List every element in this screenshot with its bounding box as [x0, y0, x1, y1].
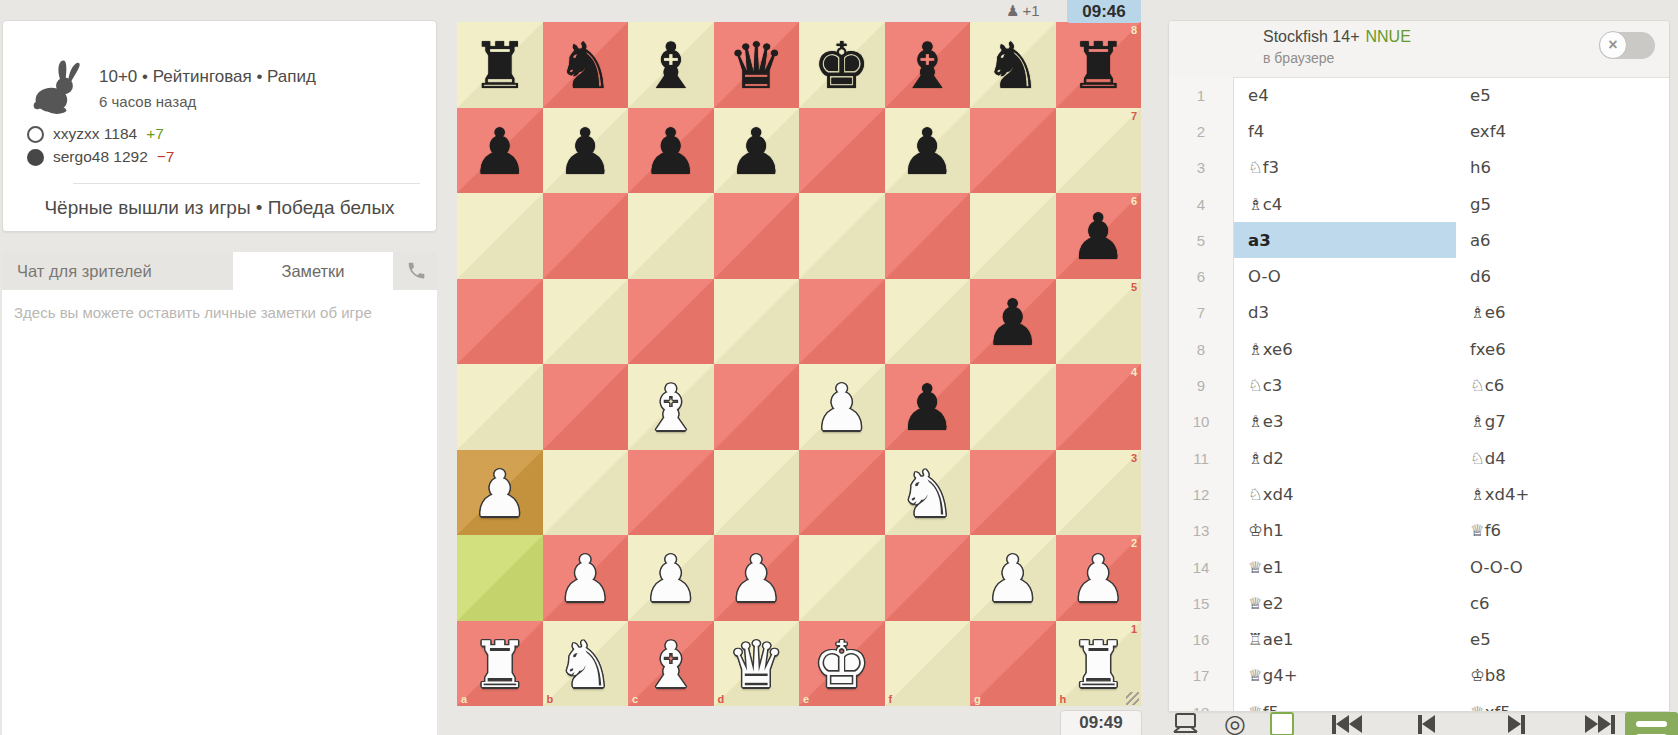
- move-number-11: 11: [1169, 440, 1234, 476]
- square-c4[interactable]: ♝: [628, 364, 714, 450]
- move-7-black[interactable]: ♗e6: [1456, 295, 1669, 331]
- square-h8[interactable]: ♜8: [1056, 22, 1142, 108]
- game-info-card: 10+0 • Рейтинговая • Рапид 6 часов назад…: [2, 20, 437, 232]
- move-number-13: 13: [1169, 513, 1234, 549]
- square-g1[interactable]: g: [970, 621, 1056, 707]
- square-b2[interactable]: ♟: [543, 535, 629, 621]
- move-number-8: 8: [1169, 331, 1234, 367]
- rank-label-8: 8: [1131, 24, 1137, 36]
- engine-toggle-switch[interactable]: ×: [1599, 32, 1655, 59]
- square-d4[interactable]: [714, 364, 800, 450]
- square-e1[interactable]: ♚e: [799, 621, 885, 707]
- move-number-7: 7: [1169, 295, 1234, 331]
- square-g7[interactable]: [970, 108, 1056, 194]
- square-g3[interactable]: [970, 450, 1056, 536]
- file-label-d: d: [718, 693, 725, 705]
- white-Q-d1[interactable]: ♛: [714, 621, 800, 707]
- square-f2[interactable]: [885, 535, 971, 621]
- square-b4[interactable]: [543, 364, 629, 450]
- square-g5[interactable]: ♟: [970, 279, 1056, 365]
- white-P-b2[interactable]: ♟: [543, 535, 629, 621]
- square-h5[interactable]: 5: [1056, 279, 1142, 365]
- white-clock: 09:49: [1060, 710, 1142, 735]
- board-resize-handle[interactable]: [1126, 692, 1139, 705]
- black-R-h8[interactable]: ♜: [1056, 22, 1142, 108]
- engine-variant: NNUE: [1366, 28, 1411, 45]
- move-13-white[interactable]: ♔h1: [1234, 513, 1456, 549]
- move-17-black[interactable]: ♔b8: [1456, 658, 1669, 694]
- black-B-f8[interactable]: ♝: [885, 22, 971, 108]
- move-9-white[interactable]: ♘c3: [1234, 367, 1456, 403]
- move-12-white[interactable]: ♘xd4: [1234, 476, 1456, 512]
- square-f3[interactable]: ♞: [885, 450, 971, 536]
- square-h7[interactable]: 7: [1056, 108, 1142, 194]
- move-2-black[interactable]: exf4: [1456, 113, 1669, 149]
- square-f7[interactable]: ♟: [885, 108, 971, 194]
- file-label-f: f: [889, 693, 893, 705]
- engine-header: Stockfish 14+NNUE в браузере ×: [1169, 21, 1669, 78]
- square-f6[interactable]: [885, 193, 971, 279]
- square-c1[interactable]: ♝c: [628, 621, 714, 707]
- white-P-g2[interactable]: ♟: [970, 535, 1056, 621]
- chess-board[interactable]: ♜♞♝♛♚♝♞♜8♟♟♟♟♟7♟6♟5♝♟♟4♟♞3♟♟♟♟♟2♜a♞b♝c♛d…: [457, 22, 1141, 706]
- rapid-rabbit-icon: [29, 55, 85, 115]
- square-d3[interactable]: [714, 450, 800, 536]
- divider: [73, 183, 420, 184]
- game-result: Чёрные вышли из игры • Победа белых: [3, 197, 436, 219]
- black-N-b8[interactable]: ♞: [543, 22, 629, 108]
- pawn-icon: ♟: [1006, 2, 1019, 20]
- phone-icon[interactable]: [406, 260, 427, 281]
- white-P-e4[interactable]: ♟: [799, 364, 885, 450]
- black-rating-diff: −7: [157, 148, 175, 166]
- square-f5[interactable]: [885, 279, 971, 365]
- move-number-14: 14: [1169, 549, 1234, 585]
- white-P-c2[interactable]: ♟: [628, 535, 714, 621]
- square-d2[interactable]: ♟: [714, 535, 800, 621]
- move-list: 1e4e52f4exf43♘f3h64♗c4g55a3a66O-Od67d3♗e…: [1169, 77, 1669, 711]
- notes-panel[interactable]: Здесь вы можете оставить личные заметки …: [2, 290, 437, 735]
- move-1-white[interactable]: e4: [1234, 77, 1456, 113]
- square-b6[interactable]: [543, 193, 629, 279]
- square-f8[interactable]: ♝: [885, 22, 971, 108]
- move-7-white[interactable]: d3: [1234, 295, 1456, 331]
- engine-toggle-knob[interactable]: ×: [1599, 31, 1627, 59]
- black-Q-d8[interactable]: ♛: [714, 22, 800, 108]
- white-B-c4[interactable]: ♝: [628, 364, 714, 450]
- square-b8[interactable]: ♞: [543, 22, 629, 108]
- move-2-white[interactable]: f4: [1234, 113, 1456, 149]
- square-d6[interactable]: [714, 193, 800, 279]
- black-P-h6[interactable]: ♟: [1056, 193, 1142, 279]
- move-15-black[interactable]: c6: [1456, 585, 1669, 621]
- game-title: 10+0 • Рейтинговая • Рапид: [99, 67, 316, 87]
- move-number-3: 3: [1169, 150, 1234, 186]
- engine-name: Stockfish 14+NNUE: [1263, 28, 1411, 46]
- white-color-icon: [27, 126, 44, 143]
- square-b3[interactable]: [543, 450, 629, 536]
- square-a3[interactable]: ♟: [457, 450, 543, 536]
- nav-prev-button[interactable]: [1418, 713, 1435, 735]
- move-number-5: 5: [1169, 222, 1234, 258]
- black-P-d7[interactable]: ♟: [714, 108, 800, 194]
- move-13-black[interactable]: ♕f6: [1456, 513, 1669, 549]
- move-5-white[interactable]: a3: [1234, 222, 1456, 258]
- move-14-white[interactable]: ♕e1: [1234, 549, 1456, 585]
- square-c8[interactable]: ♝: [628, 22, 714, 108]
- analysis-panel: Stockfish 14+NNUE в браузере × 1e4e52f4e…: [1168, 20, 1670, 712]
- move-18-black[interactable]: ♕xf5: [1456, 694, 1669, 711]
- rank-label-3: 3: [1131, 452, 1137, 464]
- square-d7[interactable]: ♟: [714, 108, 800, 194]
- black-R-a8[interactable]: ♜: [457, 22, 543, 108]
- square-h4[interactable]: 4: [1056, 364, 1142, 450]
- square-d1[interactable]: ♛d: [714, 621, 800, 707]
- white-N-f3[interactable]: ♞: [885, 450, 971, 536]
- file-label-h: h: [1060, 693, 1067, 705]
- white-R-a1[interactable]: ♜: [457, 621, 543, 707]
- square-h6[interactable]: ♟6: [1056, 193, 1142, 279]
- file-label-g: g: [974, 693, 981, 705]
- black-P-f4[interactable]: ♟: [885, 364, 971, 450]
- move-15-white[interactable]: ♕e2: [1234, 585, 1456, 621]
- square-a4[interactable]: [457, 364, 543, 450]
- square-a1[interactable]: ♜a: [457, 621, 543, 707]
- move-number-2: 2: [1169, 113, 1234, 149]
- tab-spectator-chat[interactable]: Чат для зрителей: [17, 252, 152, 290]
- black-P-g5[interactable]: ♟: [970, 279, 1056, 365]
- black-K-e8[interactable]: ♚: [799, 22, 885, 108]
- square-h2[interactable]: ♟2: [1056, 535, 1142, 621]
- move-number-12: 12: [1169, 476, 1234, 512]
- move-6-black[interactable]: d6: [1456, 258, 1669, 294]
- move-18-white[interactable]: ♕f5: [1234, 694, 1456, 711]
- white-P-h2[interactable]: ♟: [1056, 535, 1142, 621]
- black-P-b7[interactable]: ♟: [543, 108, 629, 194]
- material-advantage: ♟+1: [1006, 0, 1040, 22]
- square-b7[interactable]: ♟: [543, 108, 629, 194]
- file-label-e: e: [803, 693, 809, 705]
- square-b1[interactable]: ♞b: [543, 621, 629, 707]
- square-e6[interactable]: [799, 193, 885, 279]
- game-date[interactable]: 6 часов назад: [99, 93, 196, 110]
- square-g8[interactable]: ♞: [970, 22, 1056, 108]
- board-editor-icon[interactable]: [1270, 712, 1294, 735]
- square-e5[interactable]: [799, 279, 885, 365]
- square-a6[interactable]: [457, 193, 543, 279]
- move-number-4: 4: [1169, 186, 1234, 222]
- square-e8[interactable]: ♚: [799, 22, 885, 108]
- white-rating-diff: +7: [146, 125, 164, 143]
- move-9-black[interactable]: ♘c6: [1456, 367, 1669, 403]
- move-16-white[interactable]: ♖ae1: [1234, 621, 1456, 657]
- move-number-16: 16: [1169, 621, 1234, 657]
- square-f4[interactable]: ♟: [885, 364, 971, 450]
- target-icon[interactable]: ◎: [1224, 712, 1246, 735]
- black-P-f7[interactable]: ♟: [885, 108, 971, 194]
- square-a2[interactable]: [457, 535, 543, 621]
- move-3-black[interactable]: h6: [1456, 150, 1669, 186]
- black-clock: 09:46: [1067, 0, 1141, 23]
- black-player-row[interactable]: sergo48 1292 −7: [27, 148, 175, 166]
- notes-placeholder: Здесь вы можете оставить личные заметки …: [14, 304, 372, 321]
- square-c7[interactable]: ♟: [628, 108, 714, 194]
- square-a7[interactable]: ♟: [457, 108, 543, 194]
- square-d8[interactable]: ♛: [714, 22, 800, 108]
- move-number-15: 15: [1169, 585, 1234, 621]
- move-8-white[interactable]: ♗xe6: [1234, 331, 1456, 367]
- rank-label-5: 5: [1131, 281, 1137, 293]
- hamburger-icon: [1636, 721, 1667, 727]
- white-P-d2[interactable]: ♟: [714, 535, 800, 621]
- chat-tab-bar: Чат для зрителей Заметки: [2, 252, 437, 290]
- square-e7[interactable]: [799, 108, 885, 194]
- square-h3[interactable]: 3: [1056, 450, 1142, 536]
- nav-last-button[interactable]: [1585, 713, 1615, 735]
- square-g4[interactable]: [970, 364, 1056, 450]
- white-N-b1[interactable]: ♞: [543, 621, 629, 707]
- move-number-10: 10: [1169, 404, 1234, 440]
- move-11-black[interactable]: ♘d4: [1456, 440, 1669, 476]
- move-6-white[interactable]: O-O: [1234, 258, 1456, 294]
- rank-label-7: 7: [1131, 110, 1137, 122]
- move-4-black[interactable]: g5: [1456, 186, 1669, 222]
- engine-location: в браузере: [1263, 50, 1334, 66]
- nav-first-button[interactable]: [1332, 713, 1362, 735]
- move-17-white[interactable]: ♕g4+: [1234, 658, 1456, 694]
- black-P-c7[interactable]: ♟: [628, 108, 714, 194]
- square-g6[interactable]: [970, 193, 1056, 279]
- move-4-white[interactable]: ♗c4: [1234, 186, 1456, 222]
- rank-label-1: 1: [1131, 623, 1137, 635]
- black-N-g8[interactable]: ♞: [970, 22, 1056, 108]
- square-e2[interactable]: [799, 535, 885, 621]
- move-11-white[interactable]: ♗d2: [1234, 440, 1456, 476]
- rank-label-2: 2: [1131, 537, 1137, 549]
- move-12-black[interactable]: ♗xd4+: [1456, 476, 1669, 512]
- rank-label-6: 6: [1131, 195, 1137, 207]
- square-d5[interactable]: [714, 279, 800, 365]
- square-a5[interactable]: [457, 279, 543, 365]
- square-e3[interactable]: [799, 450, 885, 536]
- square-e4[interactable]: ♟: [799, 364, 885, 450]
- square-c3[interactable]: [628, 450, 714, 536]
- nav-next-button[interactable]: [1508, 713, 1525, 735]
- analysis-menu-button[interactable]: [1625, 712, 1678, 735]
- square-f1[interactable]: f: [885, 621, 971, 707]
- black-P-a7[interactable]: ♟: [457, 108, 543, 194]
- black-B-c8[interactable]: ♝: [628, 22, 714, 108]
- move-number-6: 6: [1169, 258, 1234, 294]
- file-label-b: b: [547, 693, 554, 705]
- tab-notes[interactable]: Заметки: [233, 252, 393, 290]
- computer-analysis-icon[interactable]: [1172, 712, 1199, 735]
- move-5-black[interactable]: a6: [1456, 222, 1669, 258]
- move-16-black[interactable]: e5: [1456, 621, 1669, 657]
- move-1-black[interactable]: e5: [1456, 77, 1669, 113]
- white-B-c1[interactable]: ♝: [628, 621, 714, 707]
- square-c6[interactable]: [628, 193, 714, 279]
- black-player-name[interactable]: sergo48 1292: [53, 148, 148, 166]
- square-c5[interactable]: [628, 279, 714, 365]
- move-number-1: 1: [1169, 77, 1234, 113]
- file-label-c: c: [632, 693, 638, 705]
- square-a8[interactable]: ♜: [457, 22, 543, 108]
- square-g2[interactable]: ♟: [970, 535, 1056, 621]
- material-value: +1: [1022, 2, 1039, 19]
- move-3-white[interactable]: ♘f3: [1234, 150, 1456, 186]
- move-number-17: 17: [1169, 658, 1234, 694]
- move-number-9: 9: [1169, 367, 1234, 403]
- move-10-white[interactable]: ♗e3: [1234, 404, 1456, 440]
- rank-label-4: 4: [1131, 366, 1137, 378]
- file-label-a: a: [461, 693, 467, 705]
- move-10-black[interactable]: ♗g7: [1456, 404, 1669, 440]
- white-player-name[interactable]: xxyzxx 1184: [53, 125, 137, 143]
- white-K-e1[interactable]: ♚: [799, 621, 885, 707]
- square-b5[interactable]: [543, 279, 629, 365]
- white-player-row[interactable]: xxyzxx 1184 +7: [27, 125, 164, 143]
- move-8-black[interactable]: fxe6: [1456, 331, 1669, 367]
- black-color-icon: [27, 149, 44, 166]
- move-14-black[interactable]: O-O-O: [1456, 549, 1669, 585]
- white-P-a3[interactable]: ♟: [457, 450, 543, 536]
- square-c2[interactable]: ♟: [628, 535, 714, 621]
